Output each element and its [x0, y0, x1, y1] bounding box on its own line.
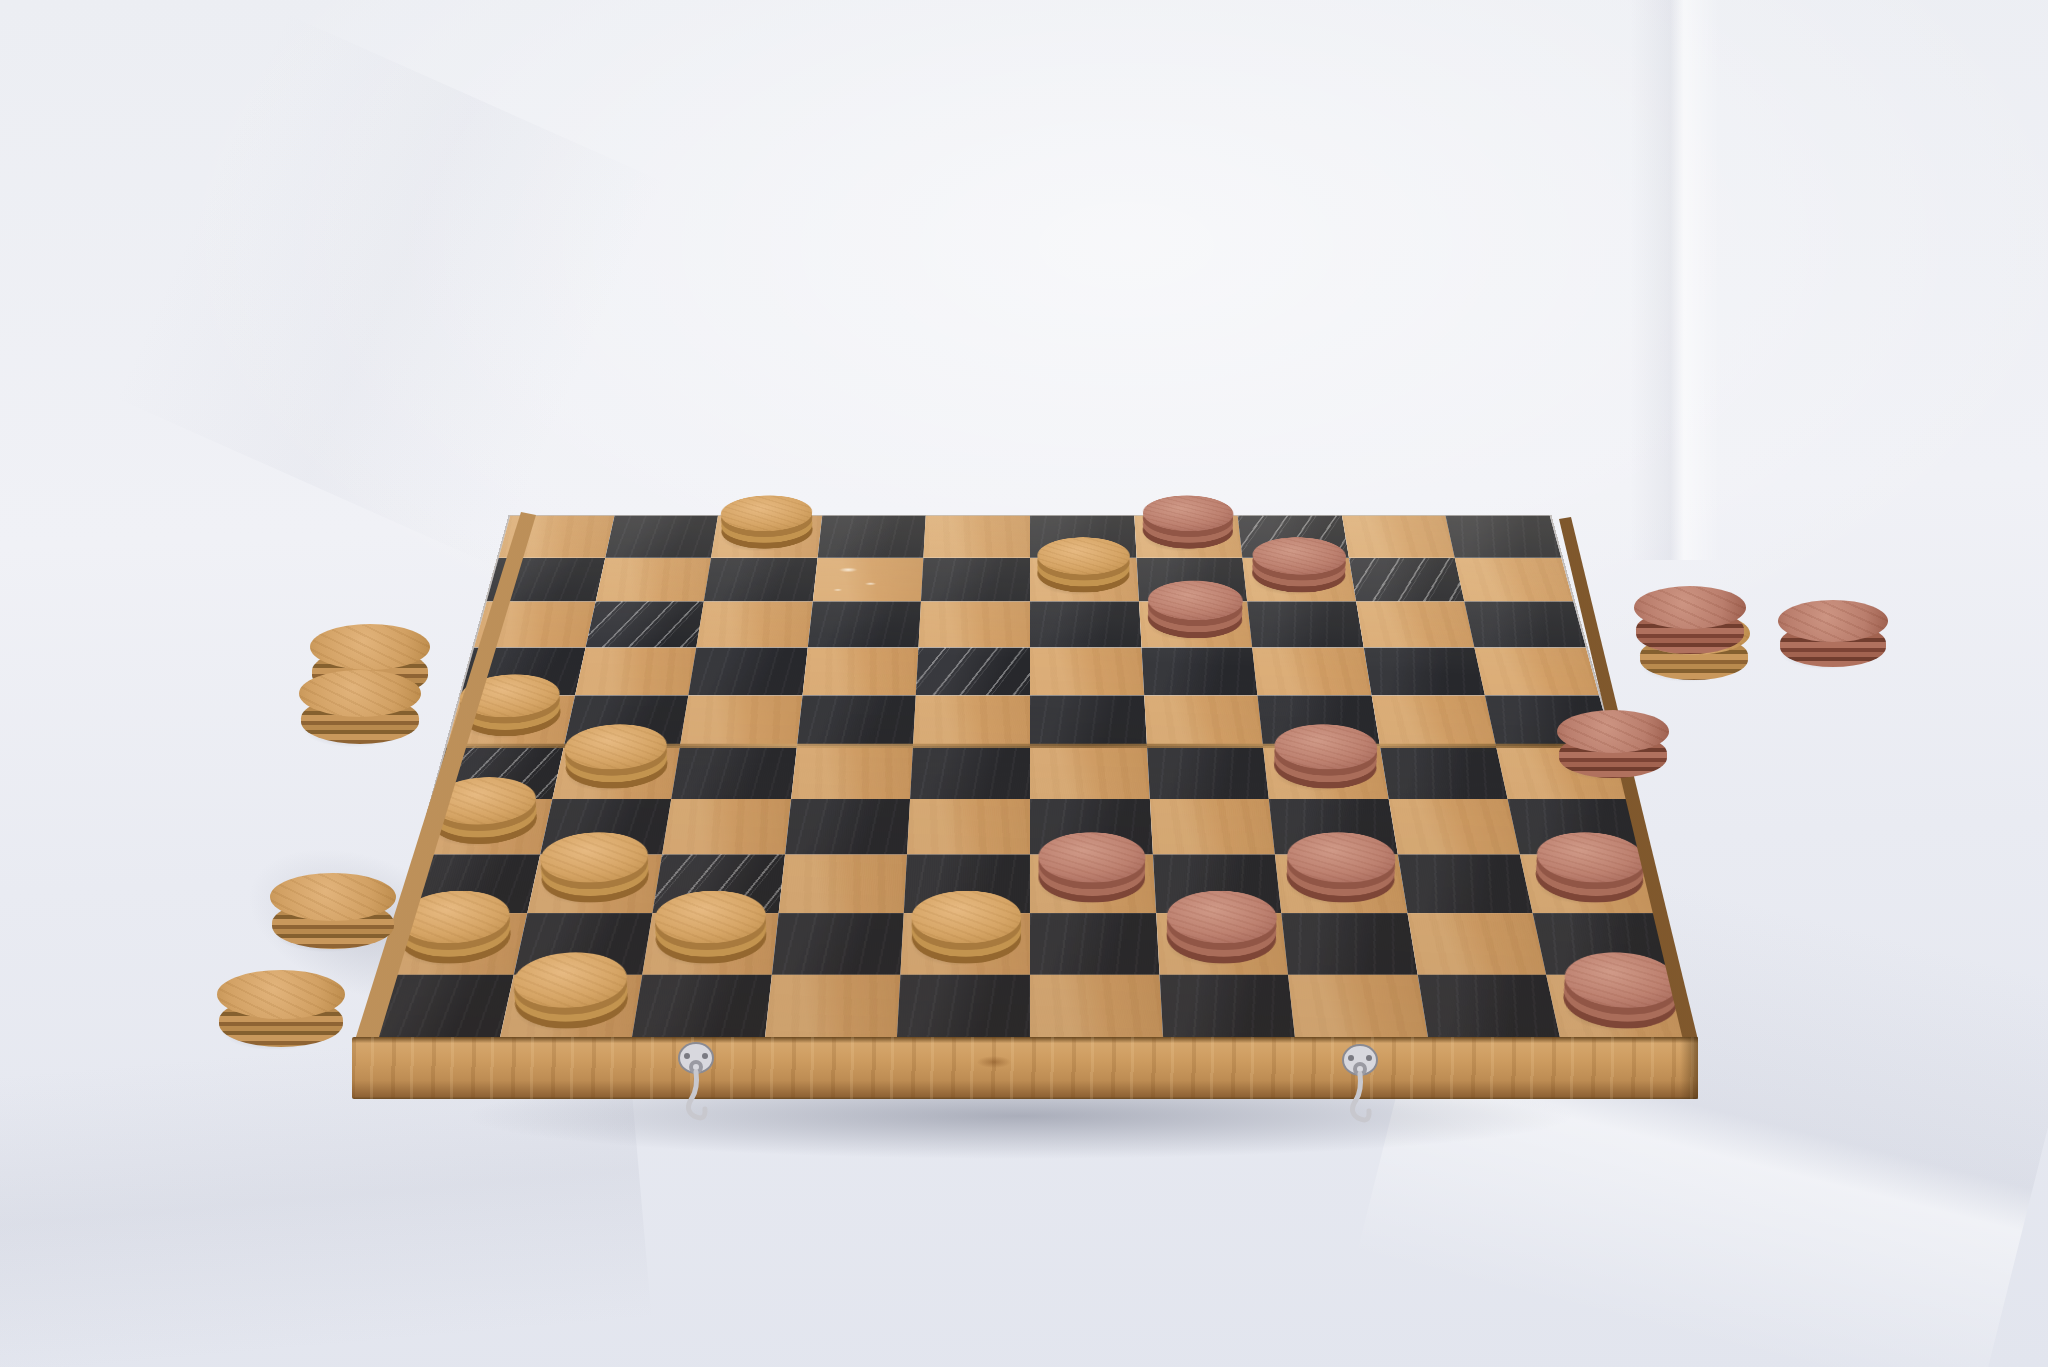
- red-man-r7c5[interactable]: [1030, 855, 1156, 914]
- square-r2c3[interactable]: [808, 602, 922, 648]
- square-r6c4[interactable]: [907, 799, 1030, 855]
- offboard-light-piece-3[interactable]: [217, 970, 345, 1049]
- light-man-r8c4[interactable]: [901, 913, 1030, 975]
- square-r8c8[interactable]: [1407, 913, 1546, 975]
- light-man-r9c1[interactable]: [499, 975, 642, 1040]
- square-r9c0[interactable]: [366, 975, 513, 1040]
- square-r4c8[interactable]: [1371, 696, 1496, 746]
- square-r5c5[interactable]: [1030, 746, 1150, 799]
- square-r5c6[interactable]: [1147, 746, 1269, 799]
- board-grid: [366, 516, 1693, 1040]
- square-r0c3[interactable]: [817, 516, 926, 558]
- square-r3c1[interactable]: [575, 647, 697, 695]
- square-r1c1[interactable]: [595, 558, 711, 602]
- square-r6c6[interactable]: [1150, 799, 1276, 855]
- red-man-r5c7[interactable]: [1263, 746, 1388, 799]
- square-r4c4[interactable]: [913, 696, 1030, 746]
- square-r1c4[interactable]: [921, 558, 1030, 602]
- red-man-r7c7[interactable]: [1275, 855, 1407, 914]
- square-r2c7[interactable]: [1247, 602, 1363, 648]
- square-r2c9[interactable]: [1465, 602, 1586, 648]
- square-r2c4[interactable]: [919, 602, 1030, 648]
- hanging-hook-icon: [672, 1040, 720, 1152]
- square-r2c2[interactable]: [696, 602, 812, 648]
- light-man-r1c5[interactable]: [1030, 558, 1139, 602]
- square-r3c6[interactable]: [1141, 647, 1257, 695]
- square-r3c5[interactable]: [1030, 647, 1144, 695]
- square-r1c0[interactable]: [487, 558, 605, 602]
- piece-top: [1778, 600, 1888, 642]
- square-r4c3[interactable]: [797, 696, 916, 746]
- rail-end-face: [1680, 1037, 1698, 1099]
- square-r1c2[interactable]: [704, 558, 817, 602]
- piece-top: [270, 873, 396, 921]
- square-r7c8[interactable]: [1398, 855, 1533, 914]
- square-r0c1[interactable]: [605, 516, 718, 558]
- square-r1c9[interactable]: [1455, 558, 1573, 602]
- square-r4c2[interactable]: [680, 696, 802, 746]
- square-r9c8[interactable]: [1418, 975, 1561, 1040]
- square-r0c9[interactable]: [1446, 516, 1561, 558]
- hanging-hook-icon: [1336, 1042, 1384, 1154]
- square-r5c8[interactable]: [1380, 746, 1508, 799]
- red-man-r2c6[interactable]: [1139, 602, 1253, 648]
- square-r6c8[interactable]: [1389, 799, 1521, 855]
- square-r7c3[interactable]: [778, 855, 907, 914]
- light-man-r8c2[interactable]: [642, 913, 778, 975]
- square-r8c5[interactable]: [1030, 913, 1159, 975]
- red-man-r9c9[interactable]: [1547, 975, 1694, 1040]
- piece-top: [310, 624, 430, 670]
- square-r9c7[interactable]: [1288, 975, 1428, 1040]
- square-r3c8[interactable]: [1364, 647, 1486, 695]
- piece-top: [1634, 586, 1746, 629]
- square-r4c6[interactable]: [1144, 696, 1263, 746]
- square-r5c2[interactable]: [671, 746, 796, 799]
- square-r4c5[interactable]: [1030, 696, 1147, 746]
- square-r3c7[interactable]: [1252, 647, 1371, 695]
- square-r8c3[interactable]: [772, 913, 905, 975]
- offboard-red-piece-5[interactable]: [1634, 586, 1746, 655]
- square-r3c2[interactable]: [688, 647, 807, 695]
- square-r0c0[interactable]: [499, 516, 614, 558]
- light-man-r7c1[interactable]: [527, 855, 662, 914]
- red-man-r0c6[interactable]: [1134, 516, 1243, 558]
- photo-stage: [0, 0, 2048, 1367]
- square-r2c1[interactable]: [585, 602, 704, 648]
- offboard-red-piece-6[interactable]: [1778, 600, 1888, 668]
- square-r6c3[interactable]: [785, 799, 911, 855]
- rail-wood-knot: [971, 1054, 1017, 1070]
- red-man-r8c6[interactable]: [1156, 913, 1289, 975]
- square-r9c6[interactable]: [1159, 975, 1295, 1040]
- piece-top: [299, 670, 421, 717]
- square-r0c4[interactable]: [924, 516, 1030, 558]
- square-r5c4[interactable]: [910, 746, 1030, 799]
- light-man-r8c0[interactable]: [384, 913, 527, 975]
- piece-top: [1557, 710, 1669, 753]
- square-r3c9[interactable]: [1475, 647, 1599, 695]
- square-r1c8[interactable]: [1349, 558, 1465, 602]
- square-r9c3[interactable]: [765, 975, 901, 1040]
- square-r8c7[interactable]: [1282, 913, 1418, 975]
- red-man-r7c9[interactable]: [1520, 855, 1659, 914]
- light-man-r5c1[interactable]: [552, 746, 680, 799]
- red-man-r1c7[interactable]: [1243, 558, 1356, 602]
- square-r1c3[interactable]: [813, 558, 924, 602]
- square-r5c3[interactable]: [791, 746, 913, 799]
- board-3d-scene: [366, 516, 1693, 1040]
- offboard-light-piece-1[interactable]: [299, 670, 421, 746]
- light-man-r6c0[interactable]: [417, 799, 552, 855]
- square-r9c4[interactable]: [897, 975, 1030, 1040]
- square-r9c5[interactable]: [1030, 975, 1163, 1040]
- square-r9c2[interactable]: [632, 975, 772, 1040]
- square-r0c8[interactable]: [1342, 516, 1455, 558]
- light-man-r0c2[interactable]: [711, 516, 822, 558]
- offboard-red-piece-7[interactable]: [1557, 710, 1669, 779]
- light-man-r4c0[interactable]: [447, 696, 575, 746]
- offboard-light-piece-2[interactable]: [270, 873, 396, 951]
- square-r2c8[interactable]: [1356, 602, 1475, 648]
- board-front-rail: [352, 1037, 1698, 1099]
- square-r3c4[interactable]: [916, 647, 1030, 695]
- piece-top: [217, 970, 345, 1019]
- square-r2c5[interactable]: [1030, 602, 1141, 648]
- square-r6c2[interactable]: [662, 799, 791, 855]
- square-r2c0[interactable]: [474, 602, 595, 648]
- square-r3c3[interactable]: [802, 647, 918, 695]
